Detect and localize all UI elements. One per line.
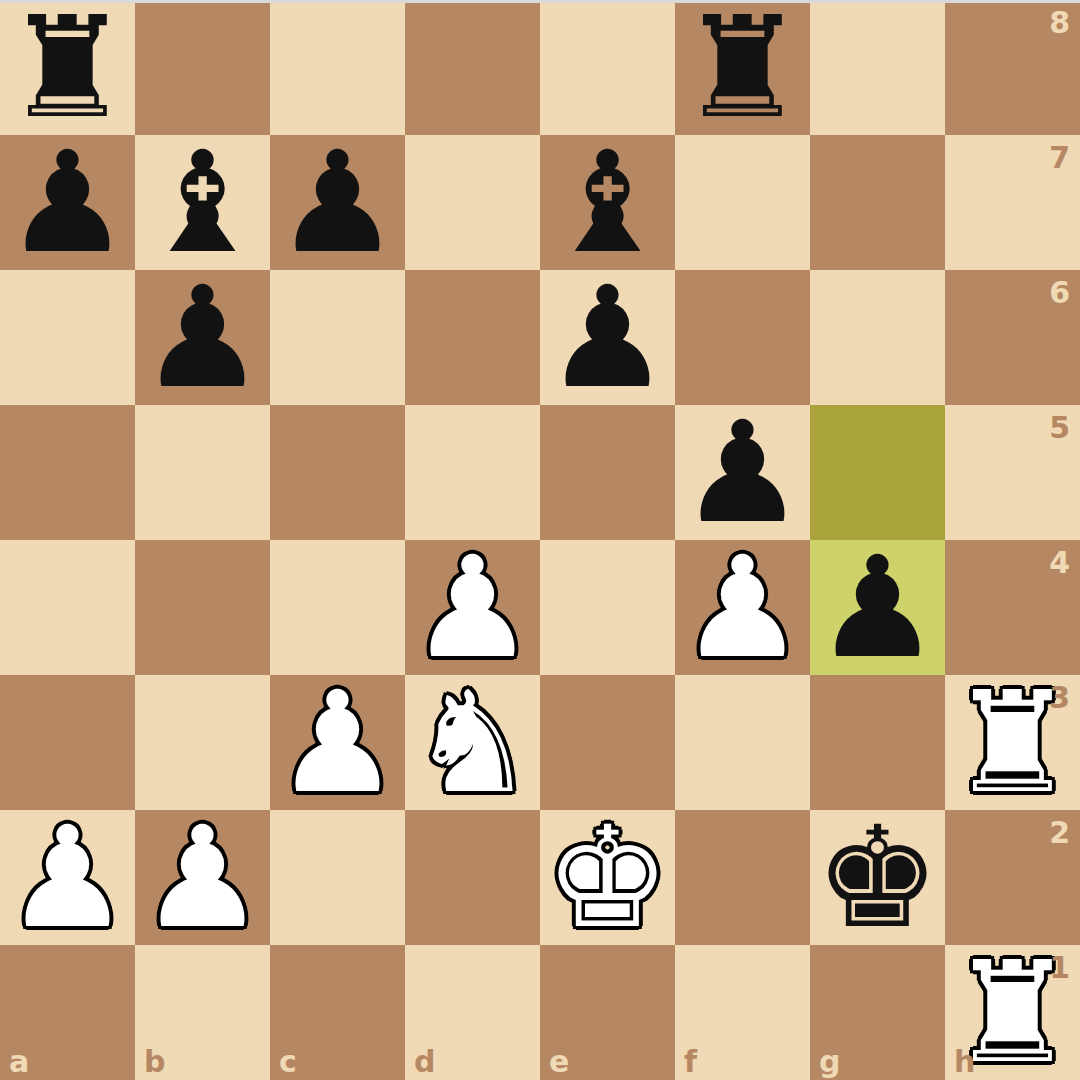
rank-label-5: 5 bbox=[1049, 413, 1070, 443]
square-g3[interactable] bbox=[810, 675, 945, 810]
square-e3[interactable] bbox=[540, 675, 675, 810]
black-pawn[interactable]: ♟ bbox=[815, 526, 941, 689]
square-e7[interactable]: ♝ bbox=[540, 135, 675, 270]
square-g5[interactable] bbox=[810, 405, 945, 540]
square-f4[interactable]: ♟ bbox=[675, 540, 810, 675]
square-c6[interactable] bbox=[270, 270, 405, 405]
white-king[interactable]: ♚ bbox=[545, 796, 671, 959]
black-pawn[interactable]: ♟ bbox=[545, 256, 671, 419]
square-c5[interactable] bbox=[270, 405, 405, 540]
rank-label-7: 7 bbox=[1049, 143, 1070, 173]
square-b4[interactable] bbox=[135, 540, 270, 675]
square-a8[interactable]: ♜ bbox=[0, 0, 135, 135]
black-pawn[interactable]: ♟ bbox=[275, 121, 401, 284]
square-g2[interactable]: ♚ bbox=[810, 810, 945, 945]
square-c4[interactable] bbox=[270, 540, 405, 675]
square-d3[interactable]: ♞ bbox=[405, 675, 540, 810]
square-a2[interactable]: ♟ bbox=[0, 810, 135, 945]
square-b6[interactable]: ♟ bbox=[135, 270, 270, 405]
square-f3[interactable] bbox=[675, 675, 810, 810]
square-g6[interactable] bbox=[810, 270, 945, 405]
square-d6[interactable] bbox=[405, 270, 540, 405]
file-label-c: c bbox=[279, 1047, 297, 1077]
square-e8[interactable] bbox=[540, 0, 675, 135]
square-d7[interactable] bbox=[405, 135, 540, 270]
square-e2[interactable]: ♚ bbox=[540, 810, 675, 945]
file-label-f: f bbox=[684, 1047, 697, 1077]
white-pawn[interactable]: ♟ bbox=[140, 796, 266, 959]
white-pawn[interactable]: ♟ bbox=[5, 796, 131, 959]
square-a4[interactable] bbox=[0, 540, 135, 675]
square-e5[interactable] bbox=[540, 405, 675, 540]
file-label-e: e bbox=[549, 1047, 569, 1077]
square-b5[interactable] bbox=[135, 405, 270, 540]
square-f2[interactable] bbox=[675, 810, 810, 945]
square-d8[interactable] bbox=[405, 0, 540, 135]
square-f5[interactable]: ♟ bbox=[675, 405, 810, 540]
black-king[interactable]: ♚ bbox=[815, 796, 941, 959]
file-label-h: h bbox=[954, 1047, 975, 1077]
black-pawn[interactable]: ♟ bbox=[140, 256, 266, 419]
square-b3[interactable] bbox=[135, 675, 270, 810]
white-pawn[interactable]: ♟ bbox=[680, 526, 806, 689]
square-g8[interactable] bbox=[810, 0, 945, 135]
rank-label-4: 4 bbox=[1049, 548, 1070, 578]
square-f8[interactable]: ♜ bbox=[675, 0, 810, 135]
square-g7[interactable] bbox=[810, 135, 945, 270]
rank-label-8: 8 bbox=[1049, 8, 1070, 38]
square-f7[interactable] bbox=[675, 135, 810, 270]
rank-label-1: 1 bbox=[1049, 953, 1070, 983]
square-g4[interactable]: ♟ bbox=[810, 540, 945, 675]
square-b8[interactable] bbox=[135, 0, 270, 135]
white-knight[interactable]: ♞ bbox=[410, 661, 536, 824]
window-top-border bbox=[0, 0, 1080, 3]
square-f6[interactable] bbox=[675, 270, 810, 405]
square-b2[interactable]: ♟ bbox=[135, 810, 270, 945]
rank-label-6: 6 bbox=[1049, 278, 1070, 308]
file-label-a: a bbox=[9, 1047, 29, 1077]
square-d4[interactable]: ♟ bbox=[405, 540, 540, 675]
square-b7[interactable]: ♝ bbox=[135, 135, 270, 270]
square-c2[interactable] bbox=[270, 810, 405, 945]
black-rook[interactable]: ♜ bbox=[680, 0, 806, 149]
square-c3[interactable]: ♟ bbox=[270, 675, 405, 810]
white-pawn[interactable]: ♟ bbox=[275, 661, 401, 824]
square-d2[interactable] bbox=[405, 810, 540, 945]
file-label-g: g bbox=[819, 1047, 840, 1077]
file-label-d: d bbox=[414, 1047, 435, 1077]
square-c7[interactable]: ♟ bbox=[270, 135, 405, 270]
square-a7[interactable]: ♟ bbox=[0, 135, 135, 270]
square-a5[interactable] bbox=[0, 405, 135, 540]
square-e4[interactable] bbox=[540, 540, 675, 675]
file-label-b: b bbox=[144, 1047, 165, 1077]
square-e6[interactable]: ♟ bbox=[540, 270, 675, 405]
square-a3[interactable] bbox=[0, 675, 135, 810]
rank-label-3: 3 bbox=[1049, 683, 1070, 713]
square-d5[interactable] bbox=[405, 405, 540, 540]
rank-label-2: 2 bbox=[1049, 818, 1070, 848]
chess-app: ♜♜♟♝♟♝♟♟♟♟♟♟♟♞♜♟♟♚♚♜ abcdefgh87654321 bbox=[0, 0, 1080, 1080]
chess-board: ♜♜♟♝♟♝♟♟♟♟♟♟♟♞♜♟♟♚♚♜ bbox=[0, 0, 1080, 1080]
black-pawn[interactable]: ♟ bbox=[5, 121, 131, 284]
square-c8[interactable] bbox=[270, 0, 405, 135]
square-a6[interactable] bbox=[0, 270, 135, 405]
